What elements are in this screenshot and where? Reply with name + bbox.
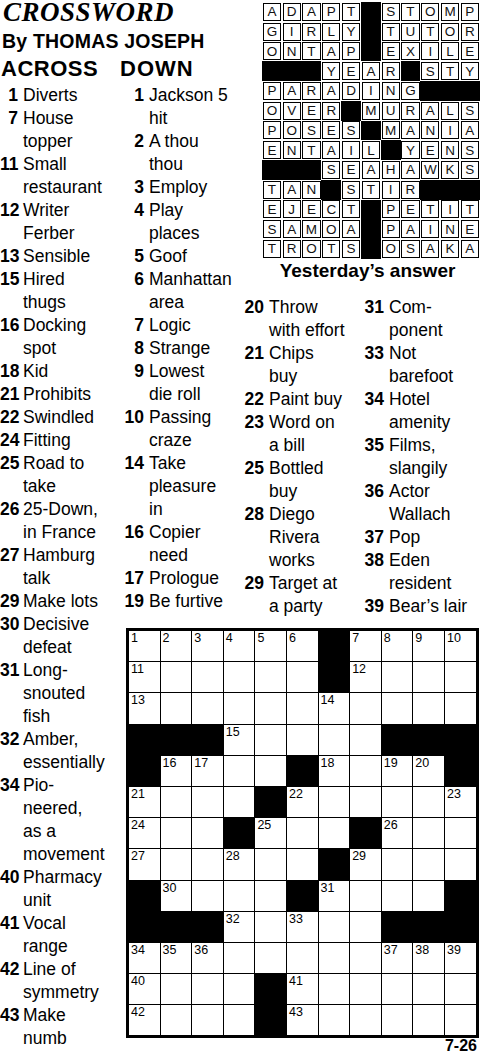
clue-down-20: 20Throw with effort <box>236 296 362 342</box>
clue-text: Not barefoot <box>389 342 453 388</box>
answer-cell: M <box>361 101 381 121</box>
grid-cell-black <box>287 881 318 911</box>
answer-cell: S <box>302 121 322 141</box>
answer-cell: K <box>440 160 460 180</box>
grid-cell-r2c10[interactable] <box>413 662 444 692</box>
clue-down-33: 33Not barefoot <box>356 342 480 388</box>
grid-cell-r3c9[interactable] <box>382 693 413 723</box>
answer-letter: A <box>283 220 301 238</box>
clue-text: Throw with effort <box>269 296 345 342</box>
clue-text: Diverts <box>23 84 77 107</box>
grid-cell-r11c11[interactable]: 39 <box>445 943 476 973</box>
grid-cell-r3c2[interactable] <box>161 693 192 723</box>
answer-letter: R <box>461 23 479 41</box>
answer-letter: S <box>322 161 340 179</box>
answer-letter: E <box>263 141 281 159</box>
answer-cell-black <box>361 121 381 141</box>
grid-cell-r1c10[interactable]: 9 <box>413 631 444 661</box>
grid-cell-r8c3[interactable] <box>192 849 223 879</box>
grid-cell-r10c7[interactable] <box>319 912 350 942</box>
grid-cell-r6c4[interactable] <box>224 787 255 817</box>
grid-cell-r13c2[interactable] <box>161 1005 192 1035</box>
grid-cell-r12c2[interactable] <box>161 974 192 1004</box>
answer-letter: A <box>283 181 301 199</box>
answer-cell: S <box>341 239 361 259</box>
answer-letter: T <box>322 240 340 258</box>
grid-cell-r12c9[interactable] <box>382 974 413 1004</box>
grid-cell-r11c2[interactable]: 35 <box>161 943 192 973</box>
answer-cell: P <box>262 121 282 141</box>
answer-letter: M <box>441 3 459 21</box>
grid-cell-r1c1[interactable]: 1 <box>129 631 160 661</box>
answer-letter: K <box>441 161 459 179</box>
answer-cell: A <box>401 160 421 180</box>
answer-cell: T <box>341 200 361 220</box>
cell-number: 32 <box>226 912 240 927</box>
grid-cell-r1c6[interactable]: 6 <box>287 631 318 661</box>
cell-number: 4 <box>226 631 233 646</box>
grid-cell-black <box>413 725 444 755</box>
grid-cell-r8c1[interactable]: 27 <box>129 849 160 879</box>
cell-number: 10 <box>447 631 461 646</box>
cell-number: 31 <box>321 881 335 896</box>
grid-cell-r11c10[interactable]: 38 <box>413 943 444 973</box>
clue-down-34: 34Hotel amenity <box>356 388 480 434</box>
grid-cell-r4c4[interactable]: 15 <box>224 725 255 755</box>
answer-letter: Y <box>401 141 419 159</box>
cell-number: 42 <box>131 1005 145 1020</box>
answer-letter: S <box>461 102 479 120</box>
answer-cell: J <box>282 200 302 220</box>
grid-cell-black <box>382 912 413 942</box>
answer-cell: N <box>381 81 401 101</box>
grid-cell-r8c10[interactable] <box>413 849 444 879</box>
answer-letter: R <box>302 23 320 41</box>
grid-cell-r13c8[interactable] <box>350 1005 381 1035</box>
grid-cell-r3c3[interactable] <box>192 693 223 723</box>
grid-cell-r2c5[interactable] <box>255 662 286 692</box>
grid-cell-r2c6[interactable] <box>287 662 318 692</box>
grid-cell-r5c7[interactable]: 18 <box>319 756 350 786</box>
grid-cell-r2c11[interactable] <box>445 662 476 692</box>
answer-cell: I <box>282 22 302 42</box>
grid-cell-black <box>382 725 413 755</box>
grid-cell-r11c6[interactable] <box>287 943 318 973</box>
cell-number: 41 <box>289 974 303 989</box>
across-header: ACROSS <box>1 56 98 82</box>
answer-cell: L <box>440 101 460 121</box>
answer-cell: I <box>420 219 440 239</box>
grid-cell-r9c2[interactable]: 30 <box>161 881 192 911</box>
grid-cell-r2c9[interactable] <box>382 662 413 692</box>
grid-cell-black <box>161 725 192 755</box>
grid-cell-r13c6[interactable]: 43 <box>287 1005 318 1035</box>
cell-number: 19 <box>384 756 398 771</box>
grid-cell-r3c8[interactable] <box>350 693 381 723</box>
answer-letter: J <box>283 200 301 218</box>
clue-number: 34 <box>0 774 18 866</box>
grid-cell-r11c8[interactable] <box>350 943 381 973</box>
clue-text: A thou thou <box>149 130 199 176</box>
grid-cell-r11c5[interactable] <box>255 943 286 973</box>
clue-down-29: 29Target at a party <box>236 572 362 618</box>
clue-text: 25-Down, in France <box>23 498 98 544</box>
grid-cell-r9c4[interactable] <box>224 881 255 911</box>
grid-cell-r2c8[interactable]: 12 <box>350 662 381 692</box>
grid-cell-r6c8[interactable] <box>350 787 381 817</box>
answer-letter: T <box>263 181 281 199</box>
answer-cell: R <box>282 239 302 259</box>
answer-letter: O <box>263 102 281 120</box>
grid-cell-r6c7[interactable] <box>319 787 350 817</box>
answer-letter: W <box>421 161 439 179</box>
grid-cell-black <box>129 756 160 786</box>
answer-cell: M <box>302 219 322 239</box>
answer-cell-black <box>361 42 381 62</box>
clue-text: Bear’s lair <box>389 595 467 618</box>
clue-text: Com- ponent <box>389 296 443 342</box>
grid-cell-r3c5[interactable] <box>255 693 286 723</box>
clue-down-31: 31Com- ponent <box>356 296 480 342</box>
answer-cell: T <box>440 61 460 81</box>
answer-cell: A <box>321 140 341 160</box>
clue-text: Vocal range <box>23 912 68 958</box>
answer-cell-black <box>460 180 480 200</box>
grid-cell-r6c6[interactable]: 22 <box>287 787 318 817</box>
cell-number: 2 <box>163 631 170 646</box>
cell-number: 14 <box>321 693 335 708</box>
grid-cell-r4c7[interactable] <box>319 725 350 755</box>
clue-number: 25 <box>0 452 18 498</box>
answer-letter: A <box>401 161 419 179</box>
grid-cell-r9c8[interactable] <box>350 881 381 911</box>
cell-number: 27 <box>131 849 145 864</box>
answer-letter: O <box>263 42 281 60</box>
grid-cell-r11c4[interactable] <box>224 943 255 973</box>
answer-cell: E <box>262 200 282 220</box>
grid-cell-r7c9[interactable]: 26 <box>382 818 413 848</box>
clue-down-23: 23Word on a bill <box>236 411 362 457</box>
answer-letter: R <box>401 102 419 120</box>
grid-cell-r8c2[interactable] <box>161 849 192 879</box>
grid-cell-r5c5[interactable] <box>255 756 286 786</box>
grid-cell-r1c4[interactable]: 4 <box>224 631 255 661</box>
answer-letter: T <box>342 3 360 21</box>
grid-cell-r6c2[interactable] <box>161 787 192 817</box>
grid-cell-r8c9[interactable] <box>382 849 413 879</box>
clue-down-28: 28Diego Rivera works <box>236 503 362 572</box>
grid-cell-r5c9[interactable]: 19 <box>382 756 413 786</box>
answer-cell: T <box>420 200 440 220</box>
answer-cell-black <box>361 22 381 42</box>
grid-cell-r9c9[interactable] <box>382 881 413 911</box>
answer-letter: L <box>362 141 380 159</box>
answer-cell: A <box>341 219 361 239</box>
grid-cell-r9c5[interactable] <box>255 881 286 911</box>
grid-cell-r7c10[interactable] <box>413 818 444 848</box>
grid-cell-r6c1[interactable]: 21 <box>129 787 160 817</box>
answer-letter: E <box>322 121 340 139</box>
grid-cell-r9c3[interactable] <box>192 881 223 911</box>
answer-letter: A <box>401 121 419 139</box>
grid-cell-r6c10[interactable] <box>413 787 444 817</box>
answer-cell: E <box>341 61 361 81</box>
answer-cell: I <box>381 180 401 200</box>
clue-across-7: 7House topper <box>0 107 119 153</box>
grid-cell-r6c11[interactable]: 23 <box>445 787 476 817</box>
clue-text: Be furtive <box>149 590 223 613</box>
answer-letter: U <box>382 102 400 120</box>
grid-cell-r7c11[interactable] <box>445 818 476 848</box>
answer-letter: P <box>461 3 479 21</box>
grid-cell-black <box>319 662 350 692</box>
grid-cell-r10c5[interactable] <box>255 912 286 942</box>
answer-letter: E <box>302 102 320 120</box>
clue-number: 7 <box>0 107 18 153</box>
grid-cell-r4c6[interactable] <box>287 725 318 755</box>
grid-cell-r13c3[interactable] <box>192 1005 223 1035</box>
clue-number: 6 <box>120 268 144 314</box>
answer-letter: E <box>263 200 281 218</box>
grid-cell-r10c4[interactable]: 32 <box>224 912 255 942</box>
grid-cell-r2c1[interactable]: 11 <box>129 662 160 692</box>
grid-cell-r3c10[interactable] <box>413 693 444 723</box>
grid-cell-r7c1[interactable]: 24 <box>129 818 160 848</box>
cell-number: 35 <box>163 943 177 958</box>
grid-cell-r11c1[interactable]: 34 <box>129 943 160 973</box>
answer-cell-black <box>460 81 480 101</box>
grid-cell-r5c4[interactable] <box>224 756 255 786</box>
answer-letter: N <box>382 82 400 100</box>
answer-cell: D <box>282 2 302 22</box>
answer-cell: T <box>321 239 341 259</box>
clue-number: 33 <box>356 342 384 388</box>
grid-cell-r3c7[interactable]: 14 <box>319 693 350 723</box>
answer-cell: L <box>440 42 460 62</box>
clue-number: 16 <box>0 314 18 360</box>
crossword-page: CROSSWORD By THOMAS JOSEPH ACROSS DOWN 1… <box>0 0 480 1055</box>
grid-cell-r12c6[interactable]: 41 <box>287 974 318 1004</box>
answer-cell: O <box>381 239 401 259</box>
answer-letter: P <box>382 220 400 238</box>
grid-cell-r12c8[interactable] <box>350 974 381 1004</box>
answer-cell: A <box>361 61 381 81</box>
grid-cell-r13c7[interactable] <box>319 1005 350 1035</box>
grid-cell-r8c4[interactable]: 28 <box>224 849 255 879</box>
answer-letter: P <box>382 200 400 218</box>
grid-cell-r1c2[interactable]: 2 <box>161 631 192 661</box>
grid-cell-r12c4[interactable] <box>224 974 255 1004</box>
grid-cell-r13c11[interactable] <box>445 1005 476 1035</box>
grid-cell-r7c5[interactable]: 25 <box>255 818 286 848</box>
grid-cell-r5c8[interactable] <box>350 756 381 786</box>
answer-letter: A <box>401 220 419 238</box>
grid-cell-r5c10[interactable]: 20 <box>413 756 444 786</box>
clue-number: 40 <box>0 866 18 912</box>
answer-cell: Y <box>341 22 361 42</box>
answer-cell: E <box>302 101 322 121</box>
grid-cell-r1c3[interactable]: 3 <box>192 631 223 661</box>
answer-letter: A <box>362 161 380 179</box>
grid-cell-r8c5[interactable] <box>255 849 286 879</box>
clue-text: Swindled <box>23 406 94 429</box>
answer-letter: T <box>362 181 380 199</box>
answer-cell: U <box>401 22 421 42</box>
answer-letter: U <box>401 23 419 41</box>
clue-text: Copier need <box>149 521 201 567</box>
grid-cell-r1c11[interactable]: 10 <box>445 631 476 661</box>
answer-cell: D <box>341 81 361 101</box>
grid-cell-r6c3[interactable] <box>192 787 223 817</box>
answer-cell: T <box>361 180 381 200</box>
cell-number: 16 <box>163 756 177 771</box>
grid-cell-r1c9[interactable]: 8 <box>382 631 413 661</box>
grid-cell-r3c6[interactable] <box>287 693 318 723</box>
clue-across-15: 15Hired thugs <box>0 268 119 314</box>
clue-text: Employ <box>149 176 207 199</box>
answer-letter: V <box>283 102 301 120</box>
answer-cell: R <box>401 101 421 121</box>
grid-cell-r2c2[interactable] <box>161 662 192 692</box>
clue-number: 11 <box>0 153 18 199</box>
answer-cell: K <box>440 239 460 259</box>
answer-cell: E <box>460 42 480 62</box>
grid-cell-r9c7[interactable]: 31 <box>319 881 350 911</box>
clue-across-26: 2625-Down, in France <box>0 498 119 544</box>
grid-cell-black <box>445 881 476 911</box>
clue-across-1: 1Diverts <box>0 84 119 107</box>
grid-cell-r10c6[interactable]: 33 <box>287 912 318 942</box>
clue-number: 1 <box>120 84 144 130</box>
answer-letter: A <box>421 102 439 120</box>
clue-number: 8 <box>120 337 144 360</box>
grid-cell-r12c10[interactable] <box>413 974 444 1004</box>
grid-cell-r13c1[interactable]: 42 <box>129 1005 160 1035</box>
grid-cell-r2c4[interactable] <box>224 662 255 692</box>
clue-text: Lowest die roll <box>149 360 204 406</box>
answer-cell: I <box>341 140 361 160</box>
clue-text: Sensible <box>23 245 90 268</box>
clue-number: 19 <box>120 590 144 613</box>
grid-cell-r8c6[interactable] <box>287 849 318 879</box>
cell-number: 34 <box>131 943 145 958</box>
answer-cell-black <box>302 61 322 81</box>
grid-cell-r1c5[interactable]: 5 <box>255 631 286 661</box>
clue-across-22: 22Swindled <box>0 406 119 429</box>
answer-letter: A <box>421 240 439 258</box>
clue-number: 4 <box>120 199 144 245</box>
cell-number: 36 <box>194 943 208 958</box>
answer-letter: E <box>342 62 360 80</box>
cell-number: 7 <box>352 631 359 646</box>
clue-text: Pop <box>389 526 420 549</box>
clue-number: 21 <box>236 342 264 388</box>
grid-cell-r2c3[interactable] <box>192 662 223 692</box>
answer-cell: T <box>341 2 361 22</box>
answer-letter: O <box>302 240 320 258</box>
across-clue-column: 1Diverts7House topper11Small restaurant1… <box>0 84 119 1050</box>
answer-letter: S <box>421 62 439 80</box>
answer-cell: A <box>262 2 282 22</box>
clue-number: 34 <box>356 388 384 434</box>
answer-letter: O <box>441 23 459 41</box>
grid-cell-r8c11[interactable] <box>445 849 476 879</box>
grid-cell-r8c8[interactable]: 29 <box>350 849 381 879</box>
cell-number: 28 <box>226 849 240 864</box>
grid-cell-r7c7[interactable] <box>319 818 350 848</box>
grid-cell-black <box>319 849 350 879</box>
grid-cell-r7c2[interactable] <box>161 818 192 848</box>
clue-text: Kid <box>23 360 48 383</box>
grid-cell-r11c7[interactable] <box>319 943 350 973</box>
grid-cell-black <box>255 974 286 1004</box>
clue-number: 7 <box>120 314 144 337</box>
answer-letter: I <box>342 141 360 159</box>
grid-cell-r12c11[interactable] <box>445 974 476 1004</box>
clue-down-3: 3Employ <box>120 176 260 199</box>
answer-cell: I <box>361 81 381 101</box>
cell-number: 25 <box>257 818 271 833</box>
grid-cell-r3c4[interactable] <box>224 693 255 723</box>
answer-letter: A <box>461 121 479 139</box>
clue-down-5: 5Goof <box>120 245 260 268</box>
answer-cell: I <box>420 42 440 62</box>
grid-cell-r6c9[interactable] <box>382 787 413 817</box>
grid-cell-r13c9[interactable] <box>382 1005 413 1035</box>
grid-cell-r12c7[interactable] <box>319 974 350 1004</box>
grid-cell-r3c11[interactable] <box>445 693 476 723</box>
page-title: CROSSWORD <box>3 0 174 28</box>
answer-letter: S <box>382 3 400 21</box>
grid-cell-r11c3[interactable]: 36 <box>192 943 223 973</box>
grid-cell-r7c3[interactable] <box>192 818 223 848</box>
clue-text: Writer Ferber <box>23 199 75 245</box>
answer-letter: E <box>421 141 439 159</box>
answer-letter: I <box>421 42 439 60</box>
grid-cell-black <box>192 725 223 755</box>
answer-cell: O <box>262 42 282 62</box>
grid-cell-black <box>192 912 223 942</box>
answer-cell: G <box>262 22 282 42</box>
answer-cell: R <box>302 81 322 101</box>
grid-cell-r13c10[interactable] <box>413 1005 444 1035</box>
grid-cell-r9c10[interactable] <box>413 881 444 911</box>
answer-letter: I <box>441 121 459 139</box>
grid-cell-r12c1[interactable]: 40 <box>129 974 160 1004</box>
grid-cell-r10c8[interactable] <box>350 912 381 942</box>
answer-letter: S <box>263 220 281 238</box>
answer-cell: A <box>401 219 421 239</box>
grid-cell-r1c8[interactable]: 7 <box>350 631 381 661</box>
cell-number: 38 <box>415 943 429 958</box>
grid-cell-r4c5[interactable] <box>255 725 286 755</box>
grid-cell-r12c3[interactable] <box>192 974 223 1004</box>
grid-cell-r7c6[interactable] <box>287 818 318 848</box>
clue-down-2: 2A thou thou <box>120 130 260 176</box>
clue-text: Decisive defeat <box>23 613 89 659</box>
answer-letter: T <box>421 200 439 218</box>
grid-cell-r5c2[interactable]: 16 <box>161 756 192 786</box>
grid-cell-r3c1[interactable]: 13 <box>129 693 160 723</box>
answer-cell: E <box>321 121 341 141</box>
answer-letter: A <box>263 3 281 21</box>
grid-cell-r5c3[interactable]: 17 <box>192 756 223 786</box>
answer-letter: N <box>421 121 439 139</box>
grid-cell-r11c9[interactable]: 37 <box>382 943 413 973</box>
grid-cell-r4c8[interactable] <box>350 725 381 755</box>
grid-cell-r13c4[interactable] <box>224 1005 255 1035</box>
answer-cell: P <box>381 200 401 220</box>
